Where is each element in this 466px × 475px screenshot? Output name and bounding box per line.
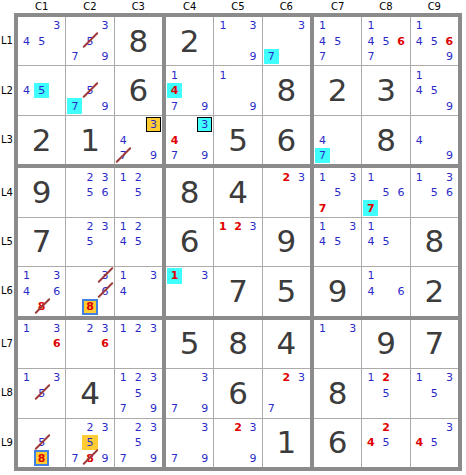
candidate-digit: 1 (19, 268, 34, 283)
solved-digit: 7 (228, 276, 248, 307)
candidate-digit: 5 (427, 185, 442, 200)
solved-digit: 1 (276, 427, 296, 458)
cell-L2C9[interactable]: 1459 (411, 66, 458, 114)
candidate-digit: 5 (131, 185, 146, 200)
solved-digit: 6 (180, 226, 200, 257)
candidate-digit: 1 (19, 321, 34, 336)
candidate-digit: 7 (167, 450, 182, 465)
cell-L2C3[interactable]: 6 (115, 66, 162, 114)
candidate-digit: 3 (98, 420, 113, 435)
column-header-C8: C8 (362, 0, 409, 13)
candidate-grid: 235 (67, 219, 112, 265)
cell-L5C6[interactable]: 9 (263, 218, 310, 266)
candidate-digit: 9 (146, 450, 161, 465)
candidate-digit: 4 (116, 234, 131, 249)
cell-L8C6[interactable]: 237 (263, 369, 310, 417)
cell-L2C7[interactable]: 2 (314, 66, 361, 114)
candidate-grid: 1345 (315, 219, 360, 265)
cell-L3C5[interactable]: 5 (214, 116, 261, 164)
cell-L6C9[interactable]: 2 (411, 267, 458, 315)
candidate-digit: 7 (167, 401, 182, 416)
candidate-digit: 7 (116, 148, 131, 163)
candidate-digit: 1 (315, 219, 330, 234)
cell-L5C8[interactable]: 145 (362, 218, 409, 266)
solved-digit: 4 (276, 328, 296, 359)
candidate-digit: 9 (442, 148, 457, 163)
cell-L6C2[interactable]: 368 (66, 267, 113, 315)
box-3: 1457145671456923145947849 (314, 17, 458, 164)
candidate-digit: 5 (378, 435, 393, 450)
cell-L4C1[interactable]: 9 (18, 168, 65, 216)
candidate-digit: 7 (116, 401, 131, 416)
candidate-grid: 134 (116, 268, 161, 314)
candidate-digit: 3 (246, 219, 261, 234)
row-header-L5: L5 (0, 218, 14, 266)
cell-L4C6[interactable]: 23 (263, 168, 310, 216)
candidate-digit: 3 (98, 321, 113, 336)
cell-L4C5[interactable]: 4 (214, 168, 261, 216)
solved-digit: 8 (128, 26, 148, 57)
cell-L7C7[interactable]: 13 (314, 320, 361, 368)
cell-L3C9[interactable]: 49 (411, 116, 458, 164)
candidate-digit: 4 (116, 132, 131, 147)
row-header-L3: L3 (0, 116, 14, 164)
candidate-digit: 4 (412, 132, 427, 147)
candidate-digit: 3 (442, 370, 457, 385)
candidate-digit: 3 (442, 420, 457, 435)
candidate-digit: 7 (264, 401, 279, 416)
candidate-grid: 245 (363, 420, 408, 466)
candidate-grid: 23579 (116, 420, 161, 466)
row-header-L1: L1 (0, 17, 14, 65)
cell-L9C7[interactable]: 6 (314, 419, 361, 467)
cell-L6C8[interactable]: 146 (362, 267, 409, 315)
cell-L9C3[interactable]: 23579 (115, 419, 162, 467)
candidate-digit: 5 (131, 386, 146, 401)
solved-digit: 8 (424, 226, 444, 257)
candidate-digit: 1 (116, 321, 131, 336)
row-header-L2: L2 (0, 66, 14, 114)
cell-L8C8[interactable]: 125 (362, 369, 409, 417)
candidate-digit: 5 (131, 234, 146, 249)
candidate-digit: 9 (197, 148, 212, 163)
candidate-digit: 8 (34, 299, 49, 314)
candidate-grid: 49 (412, 117, 457, 163)
solved-digit: 5 (276, 276, 296, 307)
candidate-digit: 5 (82, 33, 97, 48)
solved-digit: 4 (80, 378, 100, 409)
candidate-digit: 7 (167, 148, 182, 163)
candidate-digit: 4 (167, 83, 182, 98)
cell-L6C6[interactable]: 5 (263, 267, 310, 315)
cell-L2C8[interactable]: 3 (362, 66, 409, 114)
cell-L6C7[interactable]: 9 (314, 267, 361, 315)
candidate-digit: 5 (378, 185, 393, 200)
candidate-digit: 5 (427, 386, 442, 401)
cell-L7C1[interactable]: 136 (18, 320, 65, 368)
candidate-digit: 2 (131, 219, 146, 234)
candidate-digit: 3 (246, 420, 261, 435)
candidate-digit: 5 (82, 83, 97, 98)
cell-L1C6[interactable]: 37 (263, 17, 310, 65)
cell-L2C1[interactable]: 45 (18, 66, 65, 114)
candidate-digit: 1 (116, 268, 131, 283)
candidate-grid: 1245 (116, 219, 161, 265)
cell-L5C1[interactable]: 7 (18, 218, 65, 266)
candidate-digit: 9 (442, 49, 457, 64)
cell-L4C3[interactable]: 125 (115, 168, 162, 216)
candidate-digit: 8 (34, 450, 49, 465)
solved-digit: 8 (376, 125, 396, 156)
cell-L1C5[interactable]: 139 (214, 17, 261, 65)
candidate-digit: 5 (378, 33, 393, 48)
candidate-digit: 3 (345, 321, 360, 336)
candidate-digit: 6 (49, 284, 64, 299)
cell-L7C8[interactable]: 9 (362, 320, 409, 368)
candidate-digit: 1 (215, 67, 230, 82)
candidate-digit: 2 (131, 370, 146, 385)
candidate-grid: 14567 (363, 18, 408, 64)
candidate-grid: 145 (363, 219, 408, 265)
candidate-digit: 3 (345, 169, 360, 184)
candidate-digit: 7 (363, 200, 378, 215)
column-header-C5: C5 (214, 0, 261, 13)
candidate-digit: 1 (19, 370, 34, 385)
candidate-digit: 7 (363, 49, 378, 64)
candidate-digit: 1 (363, 18, 378, 33)
candidate-digit: 2 (82, 420, 97, 435)
candidate-grid: 236 (67, 321, 112, 367)
candidate-digit: 1 (363, 268, 378, 283)
column-header-C4: C4 (166, 0, 213, 13)
candidate-digit: 1 (116, 169, 131, 184)
solved-digit: 9 (376, 328, 396, 359)
candidate-digit: 5 (427, 33, 442, 48)
candidate-grid: 368 (67, 268, 112, 314)
candidate-digit: 6 (98, 284, 113, 299)
solved-digit: 9 (276, 226, 296, 257)
candidate-grid: 237 (264, 370, 309, 416)
candidate-digit: 5 (34, 33, 49, 48)
solved-digit: 2 (328, 75, 348, 106)
candidate-digit: 3 (146, 420, 161, 435)
candidate-grid: 13 (167, 268, 212, 314)
candidate-digit: 9 (146, 401, 161, 416)
solved-digit: 2 (180, 26, 200, 57)
candidate-digit: 2 (131, 420, 146, 435)
candidate-digit: 1 (167, 268, 182, 283)
row-header-L7: L7 (0, 320, 14, 368)
solved-digit: 8 (180, 177, 200, 208)
cell-L1C7[interactable]: 1457 (314, 17, 361, 65)
candidate-digit: 1 (412, 169, 427, 184)
candidate-grid: 136 (19, 321, 64, 367)
candidate-digit: 3 (197, 268, 212, 283)
sudoku-solver-panel: C1C2C3C4C5C6C7C8C9 L1L2L3L4L5L6L7L8L9 34… (0, 0, 466, 475)
cell-L5C3[interactable]: 1245 (115, 218, 162, 266)
row-headers: L1L2L3L4L5L6L7L8L9 (0, 13, 14, 471)
cell-L4C2[interactable]: 2356 (66, 168, 113, 216)
cell-L7C3[interactable]: 123 (115, 320, 162, 368)
candidate-grid: 37 (264, 18, 309, 64)
candidate-digit: 4 (412, 83, 427, 98)
cell-L8C9[interactable]: 135 (411, 369, 458, 417)
candidate-digit: 5 (330, 185, 345, 200)
box-9: 139781251356245345 (314, 320, 458, 467)
candidate-digit: 3 (146, 268, 161, 283)
cell-L1C2[interactable]: 3579 (66, 17, 113, 65)
candidate-grid: 3579 (67, 18, 112, 64)
cell-L8C4[interactable]: 379 (166, 369, 213, 417)
cell-L5C4[interactable]: 6 (166, 218, 213, 266)
box-7: 13623612313541235795823578923579 (18, 320, 162, 467)
solved-digit: 2 (424, 276, 444, 307)
candidate-grid: 13 (315, 321, 360, 367)
solved-digit: 6 (228, 378, 248, 409)
cell-L2C6[interactable]: 8 (263, 66, 310, 114)
cell-L9C2[interactable]: 235789 (66, 419, 113, 467)
solved-digit: 1 (80, 125, 100, 156)
candidate-digit: 5 (330, 234, 345, 249)
cell-L6C5[interactable]: 7 (214, 267, 261, 315)
candidate-grid: 123 (215, 219, 260, 265)
column-headers: C1C2C3C4C5C6C7C8C9 (14, 0, 462, 13)
candidate-digit: 6 (98, 336, 113, 351)
candidate-digit: 2 (131, 169, 146, 184)
cell-L3C3[interactable]: 3479 (115, 116, 162, 164)
cell-L6C4[interactable]: 13 (166, 267, 213, 315)
candidate-digit: 9 (246, 49, 261, 64)
cell-L1C1[interactable]: 345 (18, 17, 65, 65)
candidate-digit: 7 (315, 49, 330, 64)
cell-L4C7[interactable]: 1357 (314, 168, 361, 216)
candidate-digit: 3 (146, 370, 161, 385)
column-header-C9: C9 (411, 0, 458, 13)
solved-digit: 6 (328, 427, 348, 458)
candidate-digit: 5 (330, 33, 345, 48)
candidate-digit: 1 (412, 370, 427, 385)
cell-L1C8[interactable]: 14567 (362, 17, 409, 65)
cell-L1C9[interactable]: 14569 (411, 17, 458, 65)
cell-L1C3[interactable]: 8 (115, 17, 162, 65)
candidate-grid: 146 (363, 268, 408, 314)
candidate-digit: 9 (197, 450, 212, 465)
cell-L7C4[interactable]: 5 (166, 320, 213, 368)
cell-L9C5[interactable]: 239 (214, 419, 261, 467)
candidate-digit: 7 (67, 450, 82, 465)
candidate-digit: 7 (315, 200, 330, 215)
candidate-digit: 3 (98, 169, 113, 184)
candidate-grid: 23 (264, 169, 309, 215)
candidate-digit: 8 (82, 299, 97, 314)
candidate-digit: 1 (412, 67, 427, 82)
candidate-digit: 5 (427, 435, 442, 450)
candidate-digit: 9 (246, 98, 261, 113)
cell-L9C6[interactable]: 1 (263, 419, 310, 467)
cell-L3C8[interactable]: 8 (362, 116, 409, 164)
cell-L7C6[interactable]: 4 (263, 320, 310, 368)
solved-digit: 9 (32, 177, 52, 208)
candidate-digit: 1 (167, 67, 182, 82)
cell-L9C4[interactable]: 379 (166, 419, 213, 467)
candidate-digit: 3 (98, 268, 113, 283)
cell-L7C5[interactable]: 8 (214, 320, 261, 368)
cell-L3C6[interactable]: 6 (263, 116, 310, 164)
candidate-digit: 2 (82, 219, 97, 234)
candidate-digit: 4 (19, 83, 34, 98)
cell-L8C1[interactable]: 135 (18, 369, 65, 417)
candidate-grid: 58 (19, 420, 64, 466)
candidate-digit: 2 (230, 420, 245, 435)
row-header-L9: L9 (0, 419, 14, 467)
candidate-grid: 47 (315, 117, 360, 163)
sudoku-board: 3453579845579621347921393714791983479561… (14, 13, 462, 471)
candidate-digit: 5 (82, 185, 97, 200)
cell-L2C2[interactable]: 579 (66, 66, 113, 114)
cell-L4C9[interactable]: 1356 (411, 168, 458, 216)
candidate-grid: 1567 (363, 169, 408, 215)
candidate-digit: 6 (394, 284, 409, 299)
column-header-C7: C7 (314, 0, 361, 13)
candidate-grid: 135 (19, 370, 64, 416)
candidate-grid: 379 (167, 420, 212, 466)
candidate-digit: 5 (82, 234, 97, 249)
candidate-grid: 3479 (116, 117, 161, 163)
cell-L5C9[interactable]: 8 (411, 218, 458, 266)
cell-L3C4[interactable]: 3479 (166, 116, 213, 164)
candidate-digit: 2 (378, 420, 393, 435)
candidate-grid: 379 (167, 370, 212, 416)
cell-L7C2[interactable]: 236 (66, 320, 113, 368)
candidate-digit: 4 (412, 33, 427, 48)
candidate-digit: 1 (412, 18, 427, 33)
candidate-digit: 3 (146, 321, 161, 336)
candidate-digit: 3 (345, 219, 360, 234)
cell-L4C4[interactable]: 8 (166, 168, 213, 216)
box-4: 923561257235124513468368134 (18, 168, 162, 315)
cell-L7C9[interactable]: 7 (411, 320, 458, 368)
candidate-digit: 3 (442, 169, 457, 184)
candidate-digit: 4 (363, 234, 378, 249)
candidate-grid: 14569 (412, 18, 457, 64)
candidate-grid: 235789 (67, 420, 112, 466)
candidate-digit: 6 (442, 33, 457, 48)
candidate-digit: 6 (394, 185, 409, 200)
cell-L6C3[interactable]: 134 (115, 267, 162, 315)
candidate-digit: 1 (363, 370, 378, 385)
candidate-digit: 7 (67, 49, 82, 64)
candidate-digit: 1 (215, 18, 230, 33)
cell-L5C2[interactable]: 235 (66, 218, 113, 266)
cell-L9C1[interactable]: 58 (18, 419, 65, 467)
cell-L1C4[interactable]: 2 (166, 17, 213, 65)
candidate-digit: 7 (116, 450, 131, 465)
cell-L3C7[interactable]: 47 (314, 116, 361, 164)
row-header-L8: L8 (0, 369, 14, 417)
cell-L2C5[interactable]: 19 (214, 66, 261, 114)
solved-digit: 3 (376, 75, 396, 106)
cell-L8C3[interactable]: 123579 (115, 369, 162, 417)
candidate-digit: 6 (98, 185, 113, 200)
candidate-grid: 1479 (167, 67, 212, 113)
solved-digit: 7 (424, 328, 444, 359)
cell-L3C1[interactable]: 2 (18, 116, 65, 164)
cell-L3C2[interactable]: 1 (66, 116, 113, 164)
cell-L8C5[interactable]: 6 (214, 369, 261, 417)
candidate-grid: 19 (215, 67, 260, 113)
box-1: 34535798455796213479 (18, 17, 162, 164)
candidate-digit: 4 (363, 33, 378, 48)
candidate-digit: 3 (146, 117, 161, 132)
candidate-digit: 4 (315, 132, 330, 147)
candidate-grid: 345 (19, 18, 64, 64)
cell-L5C5[interactable]: 123 (214, 218, 261, 266)
cell-L8C2[interactable]: 4 (66, 369, 113, 417)
solved-digit: 6 (128, 75, 148, 106)
candidate-digit: 7 (167, 98, 182, 113)
cell-L9C9[interactable]: 345 (411, 419, 458, 467)
candidate-digit: 2 (378, 370, 393, 385)
candidate-digit: 3 (98, 219, 113, 234)
box-5: 8423612391375 (166, 168, 310, 315)
candidate-grid: 125 (116, 169, 161, 215)
candidate-digit: 4 (315, 234, 330, 249)
column-header-C3: C3 (115, 0, 162, 13)
candidate-digit: 2 (82, 169, 97, 184)
row-header-L4: L4 (0, 168, 14, 216)
candidate-digit: 4 (363, 284, 378, 299)
cell-L5C7[interactable]: 1345 (314, 218, 361, 266)
cell-L2C4[interactable]: 1479 (166, 66, 213, 114)
column-header-C1: C1 (18, 0, 65, 13)
candidate-grid: 1459 (412, 67, 457, 113)
candidate-digit: 4 (167, 132, 182, 147)
candidate-digit: 6 (394, 33, 409, 48)
candidate-grid: 125 (363, 370, 408, 416)
cell-L6C1[interactable]: 13468 (18, 267, 65, 315)
candidate-grid: 1357 (315, 169, 360, 215)
candidate-grid: 345 (412, 420, 457, 466)
cell-L9C8[interactable]: 245 (362, 419, 409, 467)
solved-digit: 5 (228, 125, 248, 156)
cell-L4C8[interactable]: 1567 (362, 168, 409, 216)
candidate-digit: 5 (131, 435, 146, 450)
candidate-digit: 9 (98, 450, 113, 465)
solved-digit: 5 (180, 328, 200, 359)
solved-digit: 8 (276, 75, 296, 106)
candidate-digit: 7 (315, 148, 330, 163)
candidate-digit: 3 (49, 18, 64, 33)
candidate-digit: 6 (442, 185, 457, 200)
candidate-digit: 2 (279, 169, 294, 184)
candidate-digit: 9 (98, 49, 113, 64)
column-header-C6: C6 (263, 0, 310, 13)
candidate-digit: 4 (363, 435, 378, 450)
solved-digit: 8 (328, 378, 348, 409)
candidate-digit: 4 (412, 435, 427, 450)
candidate-grid: 2356 (67, 169, 112, 215)
box-8: 58437962373792391 (166, 320, 310, 467)
candidate-grid: 139 (215, 18, 260, 64)
solved-digit: 2 (32, 125, 52, 156)
cell-L8C7[interactable]: 8 (314, 369, 361, 417)
candidate-digit: 8 (82, 450, 97, 465)
candidate-digit: 4 (19, 33, 34, 48)
candidate-digit: 9 (442, 98, 457, 113)
candidate-digit: 3 (98, 18, 113, 33)
candidate-digit: 1 (363, 169, 378, 184)
candidate-digit: 5 (34, 386, 49, 401)
